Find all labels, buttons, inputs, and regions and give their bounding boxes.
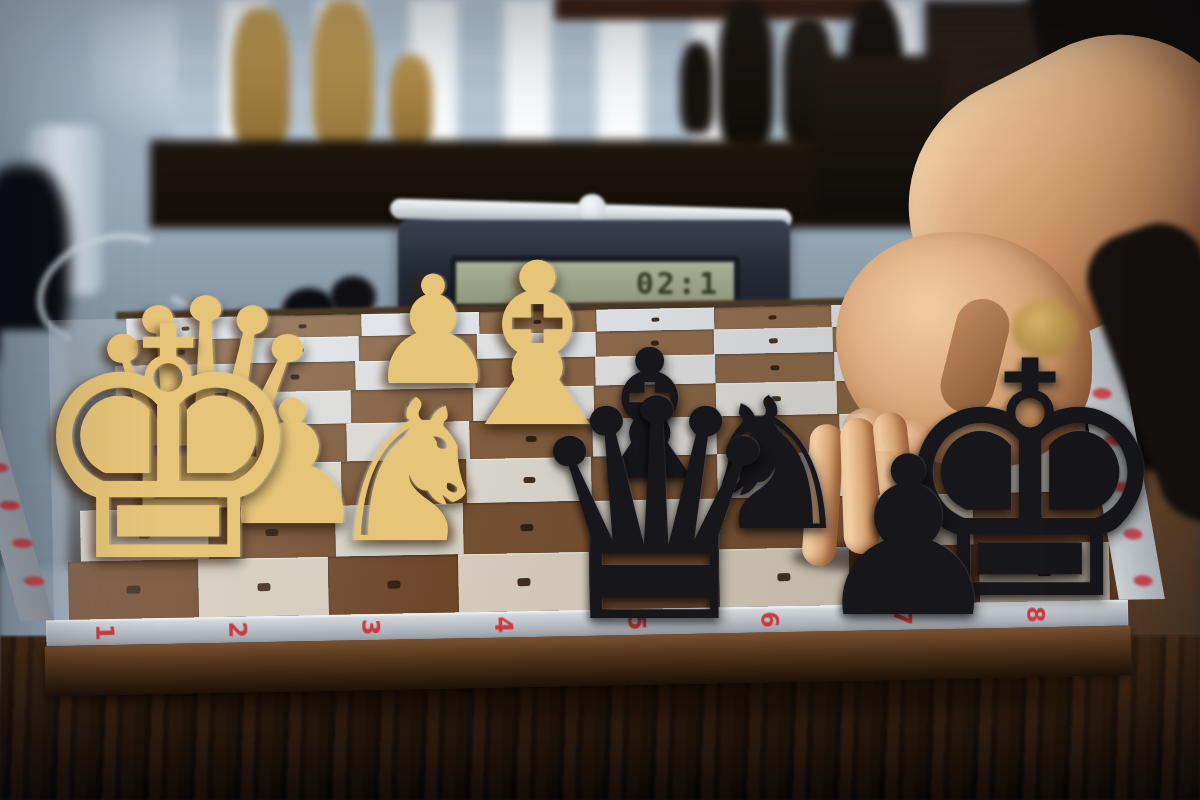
background-white-piece-blur: [312, 0, 374, 155]
piece-white-king-b1: ♚: [25, 286, 312, 606]
piece-black-queen-a5: ♛: [519, 360, 792, 665]
background-white-piece-blur: [390, 55, 432, 150]
piece-white-knight-b3: ♞: [322, 374, 498, 570]
square-h6: [714, 305, 832, 329]
photo-scene: 02:1 12345678 ♚♛♟♞♟♝♝♛♞♟♚: [0, 0, 1200, 800]
background-white-piece-blur: [232, 8, 290, 153]
background-black-piece-blur: [718, 0, 774, 152]
square-peg-slot: [769, 315, 777, 320]
piece-black-pawn-b7: ♟: [809, 428, 1006, 648]
background-board-frame: [555, 0, 885, 20]
background-black-piece-blur: [680, 42, 714, 134]
file-label-mark: [0, 463, 9, 472]
file-label-mark: [0, 501, 21, 510]
